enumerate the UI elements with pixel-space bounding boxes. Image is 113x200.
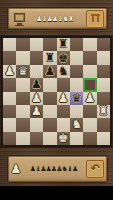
board-frame: ♜♜♚♟♛♟♞♟♟♟♛♟♟♜♞♚ — [1, 36, 112, 147]
chess-app-screen: ♟♝♟♟♝♞♜ ♜♜♚♟♛♟♞♟♟♟♛♟♟♜♞♚ ♟ ♟♝♟♟♟♟♞♝♟ ↶ — [0, 0, 113, 200]
square-f1[interactable] — [70, 132, 83, 145]
black-pawn[interactable]: ♟ — [31, 78, 42, 91]
white-player-pawn-icon: ♟ — [8, 162, 24, 176]
square-g2[interactable] — [83, 118, 96, 131]
square-h3[interactable]: ♜ — [97, 105, 110, 118]
square-e1[interactable]: ♚ — [57, 132, 70, 145]
square-a2[interactable] — [3, 118, 16, 131]
square-e6[interactable]: ♞ — [57, 65, 70, 78]
black-queen[interactable]: ♛ — [71, 91, 82, 104]
square-h2[interactable] — [97, 118, 110, 131]
black-pawn[interactable]: ♟ — [44, 64, 55, 77]
white-pawn[interactable]: ♟ — [58, 91, 69, 104]
white-queen[interactable]: ♛ — [18, 64, 29, 77]
captured-piece-rook: ♜ — [68, 15, 74, 23]
square-g3[interactable] — [83, 105, 96, 118]
square-d3[interactable] — [43, 105, 56, 118]
square-f6[interactable] — [70, 65, 83, 78]
square-c3[interactable]: ♟ — [30, 105, 43, 118]
square-g8[interactable] — [83, 38, 96, 51]
square-d2[interactable] — [43, 118, 56, 131]
undo-button[interactable]: ↶ — [86, 160, 104, 178]
captured-black-pieces: ♟♝♟♟♟♟♞♝♟ — [24, 161, 84, 177]
square-b8[interactable] — [16, 38, 29, 51]
square-f7[interactable] — [70, 51, 83, 64]
white-rook[interactable]: ♜ — [98, 105, 109, 118]
square-e3[interactable] — [57, 105, 70, 118]
square-a5[interactable] — [3, 78, 16, 91]
pause-icon — [91, 14, 100, 24]
white-pawn[interactable]: ♟ — [31, 91, 42, 104]
square-c2[interactable] — [30, 118, 43, 131]
chess-board: ♜♜♚♟♛♟♞♟♟♟♛♟♟♜♞♚ — [3, 38, 110, 145]
square-f8[interactable] — [70, 38, 83, 51]
square-f2[interactable]: ♞ — [70, 118, 83, 131]
square-g4[interactable]: ♟ — [83, 92, 96, 105]
pause-button[interactable] — [86, 10, 104, 28]
square-h6[interactable] — [97, 65, 110, 78]
square-h7[interactable] — [97, 51, 110, 64]
square-c8[interactable] — [30, 38, 43, 51]
undo-icon: ↶ — [90, 162, 99, 176]
square-a3[interactable] — [3, 105, 16, 118]
captured-piece-pawn: ♟ — [72, 165, 78, 173]
square-c1[interactable] — [30, 132, 43, 145]
opponent-capture-tray: ♟♝♟♟♝♞♜ — [7, 7, 108, 30]
square-b6[interactable]: ♛ — [16, 65, 29, 78]
square-f4[interactable]: ♛ — [70, 92, 83, 105]
black-knight[interactable]: ♞ — [58, 64, 69, 77]
square-d5[interactable] — [43, 78, 56, 91]
square-b3[interactable] — [16, 105, 29, 118]
black-king[interactable]: ♚ — [58, 51, 69, 64]
square-d4[interactable] — [43, 92, 56, 105]
square-h8[interactable] — [97, 38, 110, 51]
computer-opponent-icon — [13, 13, 26, 25]
square-b5[interactable] — [16, 78, 29, 91]
square-c7[interactable] — [30, 51, 43, 64]
square-d6[interactable]: ♟ — [43, 65, 56, 78]
square-b2[interactable] — [16, 118, 29, 131]
white-pawn[interactable]: ♟ — [4, 64, 15, 77]
white-king[interactable]: ♚ — [58, 131, 69, 144]
square-a6[interactable]: ♟ — [3, 65, 16, 78]
captured-white-pieces: ♟♝♟♟♝♞♜ — [26, 11, 84, 27]
square-e4[interactable]: ♟ — [57, 92, 70, 105]
player-capture-tray: ♟ ♟♝♟♟♟♟♞♝♟ ↶ — [7, 155, 108, 183]
bottom-black-strip — [0, 186, 113, 200]
white-pawn[interactable]: ♟ — [31, 105, 42, 118]
black-rook[interactable]: ♜ — [58, 38, 69, 51]
square-g7[interactable] — [83, 51, 96, 64]
square-b1[interactable] — [16, 132, 29, 145]
white-pawn[interactable]: ♟ — [85, 91, 96, 104]
black-rook[interactable]: ♜ — [44, 51, 55, 64]
square-b4[interactable] — [16, 92, 29, 105]
square-a4[interactable] — [3, 92, 16, 105]
square-g1[interactable] — [83, 132, 96, 145]
square-a8[interactable] — [3, 38, 16, 51]
square-h5[interactable] — [97, 78, 110, 91]
square-a1[interactable] — [3, 132, 16, 145]
square-h1[interactable] — [97, 132, 110, 145]
square-d1[interactable] — [43, 132, 56, 145]
square-g6[interactable] — [83, 65, 96, 78]
white-knight[interactable]: ♞ — [71, 118, 82, 131]
